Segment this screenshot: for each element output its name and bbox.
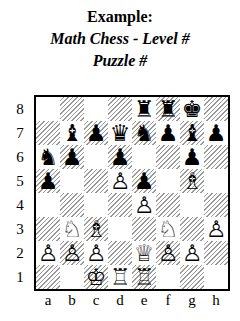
piece-black-pawn: ♟ — [204, 121, 228, 145]
file-label-b: b — [60, 291, 84, 309]
square-e6 — [132, 145, 156, 169]
square-h1 — [204, 265, 228, 289]
square-g1 — [180, 265, 204, 289]
square-a2: ♙ — [36, 241, 60, 265]
square-a5: ♟ — [36, 169, 60, 193]
square-f6 — [156, 145, 180, 169]
square-e1: ♖ — [132, 265, 156, 289]
piece-black-pawn: ♟ — [132, 169, 156, 193]
square-f8: ♜ — [156, 97, 180, 121]
square-f7: ♟ — [156, 121, 180, 145]
square-h2 — [204, 241, 228, 265]
file-label-a: a — [36, 291, 60, 309]
square-c3: ♗ — [84, 217, 108, 241]
square-a3 — [36, 217, 60, 241]
rank-label-8: 8 — [10, 97, 30, 121]
square-f5 — [156, 169, 180, 193]
rank-label-6: 6 — [10, 145, 30, 169]
piece-black-bishop: ♝ — [60, 121, 84, 145]
piece-black-rook: ♜ — [156, 97, 180, 121]
square-d4 — [108, 193, 132, 217]
square-g7: ♝ — [180, 121, 204, 145]
square-a6: ♞ — [36, 145, 60, 169]
square-g3 — [180, 217, 204, 241]
piece-white-pawn: ♙ — [156, 241, 180, 265]
piece-white-pawn: ♙ — [84, 241, 108, 265]
square-f4 — [156, 193, 180, 217]
square-e4: ♙ — [132, 193, 156, 217]
square-a7 — [36, 121, 60, 145]
square-g8: ♚ — [180, 97, 204, 121]
piece-white-rook: ♖ — [108, 265, 132, 289]
piece-white-pawn: ♙ — [204, 217, 228, 241]
rank-label-5: 5 — [10, 169, 30, 193]
page: Example: Math Chess - Level # Puzzle # 8… — [0, 0, 240, 321]
square-b7: ♝ — [60, 121, 84, 145]
piece-white-pawn: ♙ — [36, 241, 60, 265]
piece-black-bishop: ♝ — [180, 121, 204, 145]
piece-black-knight: ♞ — [132, 121, 156, 145]
square-a1 — [36, 265, 60, 289]
piece-white-pawn: ♙ — [108, 169, 132, 193]
piece-white-pawn: ♙ — [180, 241, 204, 265]
square-a4 — [36, 193, 60, 217]
square-e2: ♕ — [132, 241, 156, 265]
square-f1 — [156, 265, 180, 289]
rank-label-3: 3 — [10, 217, 30, 241]
piece-white-king: ♔ — [84, 265, 108, 289]
piece-white-knight: ♘ — [156, 217, 180, 241]
rank-label-7: 7 — [10, 121, 30, 145]
file-label-g: g — [180, 291, 204, 309]
rank-labels: 87654321 — [10, 97, 30, 289]
square-h8 — [204, 97, 228, 121]
piece-white-bishop: ♗ — [180, 169, 204, 193]
piece-white-bishop: ♗ — [84, 217, 108, 241]
square-b5 — [60, 169, 84, 193]
square-h7: ♟ — [204, 121, 228, 145]
square-b4 — [60, 193, 84, 217]
square-h4 — [204, 193, 228, 217]
board: ♜♜♚♝♟♛♞♟♝♟♞♟♟♟♟♙♟♗♙♘♗♘♙♙♙♙♕♙♙♔♖♖ — [34, 95, 230, 291]
square-g2: ♙ — [180, 241, 204, 265]
file-label-e: e — [132, 291, 156, 309]
square-d5: ♙ — [108, 169, 132, 193]
title-math-chess-level: Math Chess - Level # — [0, 28, 240, 50]
piece-white-queen: ♕ — [132, 241, 156, 265]
square-d1: ♖ — [108, 265, 132, 289]
square-d7: ♛ — [108, 121, 132, 145]
file-labels: abcdefgh — [36, 291, 228, 309]
piece-black-knight: ♞ — [36, 145, 60, 169]
piece-black-pawn: ♟ — [36, 169, 60, 193]
piece-white-rook: ♖ — [132, 265, 156, 289]
square-d8 — [108, 97, 132, 121]
rank-label-4: 4 — [10, 193, 30, 217]
rank-label-1: 1 — [10, 265, 30, 289]
square-a8 — [36, 97, 60, 121]
square-e8: ♜ — [132, 97, 156, 121]
piece-black-pawn: ♟ — [180, 145, 204, 169]
piece-white-pawn: ♙ — [60, 241, 84, 265]
square-e5: ♟ — [132, 169, 156, 193]
piece-black-pawn: ♟ — [60, 145, 84, 169]
square-d3 — [108, 217, 132, 241]
file-label-d: d — [108, 291, 132, 309]
rank-label-2: 2 — [10, 241, 30, 265]
square-d2 — [108, 241, 132, 265]
file-label-c: c — [84, 291, 108, 309]
square-c1: ♔ — [84, 265, 108, 289]
title-example: Example: — [0, 6, 240, 28]
title-puzzle: Puzzle # — [0, 50, 240, 72]
square-b6: ♟ — [60, 145, 84, 169]
square-c2: ♙ — [84, 241, 108, 265]
square-c8 — [84, 97, 108, 121]
square-d6: ♟ — [108, 145, 132, 169]
file-label-h: h — [204, 291, 228, 309]
piece-black-pawn: ♟ — [84, 121, 108, 145]
square-b3: ♘ — [60, 217, 84, 241]
piece-white-pawn: ♙ — [132, 193, 156, 217]
piece-black-pawn: ♟ — [156, 121, 180, 145]
square-b2: ♙ — [60, 241, 84, 265]
square-e7: ♞ — [132, 121, 156, 145]
square-e3 — [132, 217, 156, 241]
square-f3: ♘ — [156, 217, 180, 241]
square-f2: ♙ — [156, 241, 180, 265]
square-c5 — [84, 169, 108, 193]
piece-white-knight: ♘ — [60, 217, 84, 241]
square-h6 — [204, 145, 228, 169]
square-h3: ♙ — [204, 217, 228, 241]
file-label-f: f — [156, 291, 180, 309]
square-c6 — [84, 145, 108, 169]
piece-black-queen: ♛ — [108, 121, 132, 145]
piece-black-pawn: ♟ — [108, 145, 132, 169]
square-c4 — [84, 193, 108, 217]
header: Example: Math Chess - Level # Puzzle # — [0, 6, 240, 72]
piece-black-king: ♚ — [180, 97, 204, 121]
piece-black-rook: ♜ — [132, 97, 156, 121]
square-c7: ♟ — [84, 121, 108, 145]
square-g6: ♟ — [180, 145, 204, 169]
square-h5 — [204, 169, 228, 193]
square-g5: ♗ — [180, 169, 204, 193]
square-g4 — [180, 193, 204, 217]
square-b1 — [60, 265, 84, 289]
square-b8 — [60, 97, 84, 121]
